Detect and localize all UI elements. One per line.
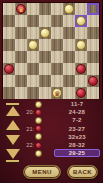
board-square[interactable] xyxy=(51,63,63,75)
yellow-man-piece xyxy=(40,28,50,38)
board-square[interactable] xyxy=(3,27,15,39)
skip-to-end-icon xyxy=(6,160,19,162)
red-man-piece xyxy=(4,64,14,74)
move-text: 29-25 xyxy=(54,149,100,157)
move-list-row[interactable]: 29-25 xyxy=(0,149,103,157)
board-square[interactable] xyxy=(51,39,63,51)
yellow-man-piece xyxy=(64,4,74,14)
board-square[interactable] xyxy=(27,87,39,99)
red-king-piece: ♛ xyxy=(16,4,26,14)
board-square[interactable] xyxy=(15,39,27,51)
yellow-piece-icon xyxy=(35,101,42,108)
board-square[interactable] xyxy=(87,39,99,51)
board-square[interactable] xyxy=(3,63,15,75)
yellow-piece-icon xyxy=(35,117,42,124)
move-text: 32x23 xyxy=(54,133,100,141)
move-text: 24-28 xyxy=(54,108,100,116)
move-number-label xyxy=(18,149,34,157)
board-square[interactable] xyxy=(39,3,51,15)
board-square[interactable] xyxy=(27,15,39,27)
board-square[interactable] xyxy=(87,15,99,27)
board-square[interactable] xyxy=(75,39,87,51)
board-square[interactable] xyxy=(3,51,15,63)
board-square[interactable] xyxy=(39,27,51,39)
board-square[interactable]: ♛ xyxy=(51,87,63,99)
move-list-row[interactable]: 21:23-27 xyxy=(0,125,103,133)
board-square[interactable] xyxy=(39,87,51,99)
board-square[interactable] xyxy=(39,15,51,27)
board-square[interactable] xyxy=(51,3,63,15)
board-square[interactable] xyxy=(75,51,87,63)
red-piece-icon xyxy=(35,125,42,132)
yellow-king-piece: ♛ xyxy=(52,88,62,98)
board-square[interactable] xyxy=(15,27,27,39)
board-square[interactable] xyxy=(87,3,99,15)
board-square[interactable] xyxy=(27,39,39,51)
checkers-app-screen: ♛♛ 11-720:24-287-221:23-2732x2322:28-322… xyxy=(0,0,103,183)
bottom-panel: 11-720:24-287-221:23-2732x2322:28-3229-2… xyxy=(0,99,103,183)
board-square[interactable] xyxy=(51,51,63,63)
move-text: 23-27 xyxy=(54,125,100,133)
board-square[interactable] xyxy=(3,39,15,51)
red-man-piece xyxy=(76,88,86,98)
board-square[interactable] xyxy=(51,15,63,27)
move-list-row[interactable]: 32x23 xyxy=(0,133,103,141)
board-square[interactable] xyxy=(15,75,27,87)
board-square[interactable] xyxy=(3,75,15,87)
board-square[interactable] xyxy=(15,15,27,27)
board-square[interactable] xyxy=(63,27,75,39)
checkers-board: ♛♛ xyxy=(3,3,99,99)
board-square[interactable] xyxy=(87,87,99,99)
red-piece-icon xyxy=(35,142,42,149)
board-square[interactable] xyxy=(39,75,51,87)
board-square[interactable] xyxy=(15,51,27,63)
move-list-row[interactable]: 22:28-32 xyxy=(0,141,103,149)
board-square[interactable]: ♛ xyxy=(15,3,27,15)
move-text: 11-7 xyxy=(54,100,100,108)
move-number-label: 22: xyxy=(18,141,34,149)
board-square[interactable] xyxy=(39,39,51,51)
board-square[interactable] xyxy=(51,27,63,39)
board-square[interactable] xyxy=(87,75,99,87)
board-square[interactable] xyxy=(3,3,15,15)
board-square[interactable] xyxy=(51,75,63,87)
move-number-label xyxy=(18,116,34,124)
yellow-piece-icon xyxy=(35,133,42,140)
board-square[interactable] xyxy=(63,15,75,27)
board-square[interactable] xyxy=(39,63,51,75)
board-square[interactable] xyxy=(75,3,87,15)
board-square[interactable] xyxy=(27,3,39,15)
board-square[interactable] xyxy=(63,87,75,99)
board-square[interactable] xyxy=(63,75,75,87)
move-text: 7-2 xyxy=(54,116,100,124)
move-number-label xyxy=(18,100,34,108)
red-man-piece xyxy=(76,64,86,74)
board-square[interactable] xyxy=(87,27,99,39)
yellow-piece-icon xyxy=(35,150,42,157)
board-square[interactable] xyxy=(27,27,39,39)
board-square[interactable] xyxy=(3,87,15,99)
board-square[interactable] xyxy=(27,75,39,87)
move-text: 28-32 xyxy=(54,141,100,149)
board-square[interactable] xyxy=(63,63,75,75)
menu-button[interactable]: MENU xyxy=(23,165,61,179)
board-square[interactable] xyxy=(87,51,99,63)
board-square[interactable] xyxy=(75,75,87,87)
board-square[interactable] xyxy=(87,63,99,75)
board-square[interactable] xyxy=(75,27,87,39)
board-square[interactable] xyxy=(63,39,75,51)
move-list-row[interactable]: 20:24-28 xyxy=(0,108,103,116)
move-number-label: 21: xyxy=(18,125,34,133)
red-piece-icon xyxy=(35,109,42,116)
board-square[interactable] xyxy=(63,51,75,63)
board-square[interactable] xyxy=(75,87,87,99)
board-square[interactable] xyxy=(15,87,27,99)
king-crown-icon: ♛ xyxy=(53,89,61,97)
red-man-piece xyxy=(88,76,98,86)
king-crown-icon: ♛ xyxy=(17,5,25,13)
board-square[interactable] xyxy=(75,15,87,27)
board-square[interactable] xyxy=(63,3,75,15)
yellow-man-piece xyxy=(28,40,38,50)
board-square[interactable] xyxy=(3,15,15,27)
board-square[interactable] xyxy=(15,63,27,75)
move-number-label: 20: xyxy=(18,108,34,116)
board-square[interactable] xyxy=(39,51,51,63)
board-square[interactable] xyxy=(27,51,39,63)
yellow-man-piece xyxy=(76,16,86,26)
move-list-row[interactable]: 11-7 xyxy=(0,100,103,108)
board-square[interactable] xyxy=(75,63,87,75)
board-square[interactable] xyxy=(27,63,39,75)
back-button[interactable]: BACK xyxy=(67,165,98,179)
yellow-man-piece xyxy=(76,40,86,50)
move-list-row[interactable]: 7-2 xyxy=(0,116,103,124)
move-number-label xyxy=(18,133,34,141)
